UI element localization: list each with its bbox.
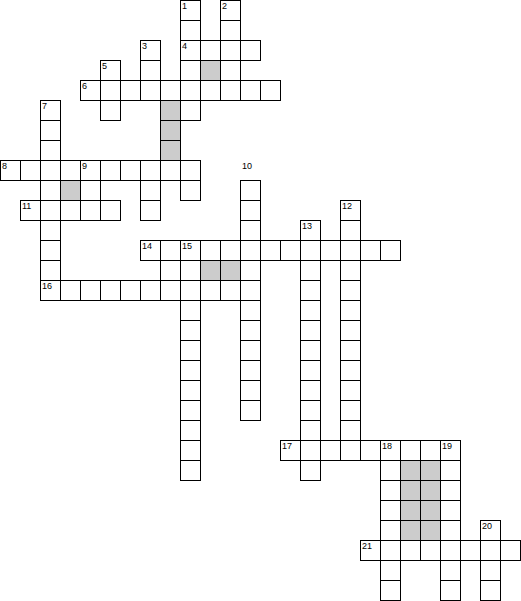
cell-r17c15[interactable]	[300, 340, 321, 361]
cell-r0c11[interactable]	[220, 0, 241, 21]
cell-r4c6[interactable]	[120, 80, 141, 101]
cell-r13c10[interactable]	[200, 260, 221, 281]
cell-r8c4[interactable]	[80, 160, 101, 181]
cell-r22c16[interactable]	[320, 440, 341, 461]
clue-number-10: 10	[240, 160, 252, 171]
cell-r8c1[interactable]	[20, 160, 41, 181]
cell-r4c9[interactable]	[180, 80, 201, 101]
cell-r25c19[interactable]	[380, 500, 401, 521]
cell-r24c19[interactable]	[380, 480, 401, 501]
cell-r28c24[interactable]	[480, 560, 501, 581]
cell-r2c10[interactable]	[200, 40, 221, 61]
cell-r12c18[interactable]	[360, 240, 381, 261]
cell-r8c3[interactable]	[60, 160, 81, 181]
cell-r8c0[interactable]	[0, 160, 21, 181]
cell-r14c7[interactable]	[140, 280, 161, 301]
cell-r5c2[interactable]	[40, 100, 61, 121]
cell-r23c9[interactable]	[180, 460, 201, 481]
cell-r23c22[interactable]	[440, 460, 461, 481]
cell-r27c23[interactable]	[460, 540, 481, 561]
cell-r15c12[interactable]	[240, 300, 261, 321]
cell-r17c12[interactable]	[240, 340, 261, 361]
cell-r22c22[interactable]	[440, 440, 461, 461]
cell-r22c9[interactable]	[180, 440, 201, 461]
cell-r9c4[interactable]	[80, 180, 101, 201]
cell-r14c9[interactable]	[180, 280, 201, 301]
cell-r22c14[interactable]	[280, 440, 301, 461]
cell-r8c9[interactable]	[180, 160, 201, 181]
cell-r22c21[interactable]	[420, 440, 441, 461]
cell-r14c5[interactable]	[100, 280, 121, 301]
cell-r8c5[interactable]	[100, 160, 121, 181]
cell-r9c12[interactable]	[240, 180, 261, 201]
cell-r11c2[interactable]	[40, 220, 61, 241]
cell-r21c9[interactable]	[180, 420, 201, 441]
cell-r10c4[interactable]	[80, 200, 101, 221]
cell-r18c12[interactable]	[240, 360, 261, 381]
cell-r29c22[interactable]	[440, 580, 461, 601]
cell-r27c21[interactable]	[420, 540, 441, 561]
cell-r22c19[interactable]	[380, 440, 401, 461]
cell-r27c18[interactable]	[360, 540, 381, 561]
cell-r22c20[interactable]	[400, 440, 421, 461]
cell-r13c8[interactable]	[160, 260, 181, 281]
cell-r16c15[interactable]	[300, 320, 321, 341]
cell-r16c9[interactable]	[180, 320, 201, 341]
cell-r9c9[interactable]	[180, 180, 201, 201]
cell-r18c9[interactable]	[180, 360, 201, 381]
cell-r14c12[interactable]	[240, 280, 261, 301]
cell-r26c24[interactable]	[480, 520, 501, 541]
cell-r4c12[interactable]	[240, 80, 261, 101]
cell-r9c3[interactable]	[60, 180, 81, 201]
cell-r2c9[interactable]	[180, 40, 201, 61]
cell-r13c2[interactable]	[40, 260, 61, 281]
cell-r3c7[interactable]	[140, 60, 161, 81]
cell-r10c5[interactable]	[100, 200, 121, 221]
cell-r12c13[interactable]	[260, 240, 281, 261]
cell-r3c11[interactable]	[220, 60, 241, 81]
cell-r11c15[interactable]	[300, 220, 321, 241]
cell-r11c12[interactable]	[240, 220, 261, 241]
cell-r20c12[interactable]	[240, 400, 261, 421]
cell-r7c8[interactable]	[160, 140, 181, 161]
cell-r10c3[interactable]	[60, 200, 81, 221]
cell-r26c22[interactable]	[440, 520, 461, 541]
cell-r14c6[interactable]	[120, 280, 141, 301]
cell-r17c17[interactable]	[340, 340, 361, 361]
cell-r3c5[interactable]	[100, 60, 121, 81]
cell-r16c17[interactable]	[340, 320, 361, 341]
cell-r21c17[interactable]	[340, 420, 361, 441]
cell-r27c19[interactable]	[380, 540, 401, 561]
cell-r26c19[interactable]	[380, 520, 401, 541]
cell-r22c15[interactable]	[300, 440, 321, 461]
cell-r24c21[interactable]	[420, 480, 441, 501]
cell-r5c5[interactable]	[100, 100, 121, 121]
cell-r15c9[interactable]	[180, 300, 201, 321]
cell-r7c2[interactable]	[40, 140, 61, 161]
cell-r5c9[interactable]	[180, 100, 201, 121]
cell-r8c7[interactable]	[140, 160, 161, 181]
cell-r19c9[interactable]	[180, 380, 201, 401]
cell-r27c22[interactable]	[440, 540, 461, 561]
cell-r12c9[interactable]	[180, 240, 201, 261]
cell-r14c10[interactable]	[200, 280, 221, 301]
cell-r12c17[interactable]	[340, 240, 361, 261]
cell-r24c22[interactable]	[440, 480, 461, 501]
cell-r18c15[interactable]	[300, 360, 321, 381]
cell-r23c21[interactable]	[420, 460, 441, 481]
cell-r26c21[interactable]	[420, 520, 441, 541]
cell-r22c17[interactable]	[340, 440, 361, 461]
cell-r12c14[interactable]	[280, 240, 301, 261]
cell-r12c15[interactable]	[300, 240, 321, 261]
cell-r12c16[interactable]	[320, 240, 341, 261]
cell-r4c8[interactable]	[160, 80, 181, 101]
cell-r26c20[interactable]	[400, 520, 421, 541]
cell-r23c15[interactable]	[300, 460, 321, 481]
cell-r25c21[interactable]	[420, 500, 441, 521]
cell-r15c17[interactable]	[340, 300, 361, 321]
cell-r13c17[interactable]	[340, 260, 361, 281]
cell-r10c17[interactable]	[340, 200, 361, 221]
cell-r13c15[interactable]	[300, 260, 321, 281]
cell-r6c8[interactable]	[160, 120, 181, 141]
cell-r12c19[interactable]	[380, 240, 401, 261]
cell-r19c12[interactable]	[240, 380, 261, 401]
cell-r12c12[interactable]	[240, 240, 261, 261]
cell-r25c20[interactable]	[400, 500, 421, 521]
cell-r29c19[interactable]	[380, 580, 401, 601]
cell-r4c10[interactable]	[200, 80, 221, 101]
cell-r9c2[interactable]	[40, 180, 61, 201]
cell-r15c15[interactable]	[300, 300, 321, 321]
cell-r0c9[interactable]	[180, 0, 201, 21]
cell-r14c17[interactable]	[340, 280, 361, 301]
cell-r8c2[interactable]	[40, 160, 61, 181]
cell-r21c15[interactable]	[300, 420, 321, 441]
cell-r10c7[interactable]	[140, 200, 161, 221]
cell-r12c7[interactable]	[140, 240, 161, 261]
cell-r6c2[interactable]	[40, 120, 61, 141]
cell-r3c10[interactable]	[200, 60, 221, 81]
cell-r13c11[interactable]	[220, 260, 241, 281]
cell-r18c17[interactable]	[340, 360, 361, 381]
cell-r1c9[interactable]	[180, 20, 201, 41]
cell-r20c17[interactable]	[340, 400, 361, 421]
cell-r16c12[interactable]	[240, 320, 261, 341]
cell-r27c25[interactable]	[500, 540, 521, 561]
cell-r3c9[interactable]	[180, 60, 201, 81]
cell-r14c3[interactable]	[60, 280, 81, 301]
cell-r14c8[interactable]	[160, 280, 181, 301]
cell-r12c10[interactable]	[200, 240, 221, 261]
cell-r4c4[interactable]	[80, 80, 101, 101]
cell-r4c5[interactable]	[100, 80, 121, 101]
crossword-board: 123456789101112131415161718192021	[0, 0, 521, 601]
cell-r17c9[interactable]	[180, 340, 201, 361]
cell-r2c7[interactable]	[140, 40, 161, 61]
cell-r19c15[interactable]	[300, 380, 321, 401]
cell-r4c13[interactable]	[260, 80, 281, 101]
cell-r13c9[interactable]	[180, 260, 201, 281]
cell-r2c12[interactable]	[240, 40, 261, 61]
cell-r20c15[interactable]	[300, 400, 321, 421]
cell-r23c20[interactable]	[400, 460, 421, 481]
cell-r19c17[interactable]	[340, 380, 361, 401]
cell-r2c11[interactable]	[220, 40, 241, 61]
cell-r14c15[interactable]	[300, 280, 321, 301]
cell-r4c7[interactable]	[140, 80, 161, 101]
cell-r5c8[interactable]	[160, 100, 181, 121]
cell-r12c11[interactable]	[220, 240, 241, 261]
cell-r8c8[interactable]	[160, 160, 181, 181]
cell-r9c7[interactable]	[140, 180, 161, 201]
cell-r13c12[interactable]	[240, 260, 261, 281]
cell-r28c22[interactable]	[440, 560, 461, 581]
cell-r1c11[interactable]	[220, 20, 241, 41]
cell-r10c12[interactable]	[240, 200, 261, 221]
cell-r12c2[interactable]	[40, 240, 61, 261]
cell-r25c22[interactable]	[440, 500, 461, 521]
cell-r28c19[interactable]	[380, 560, 401, 581]
cell-r20c9[interactable]	[180, 400, 201, 421]
cell-r24c20[interactable]	[400, 480, 421, 501]
cell-r23c19[interactable]	[380, 460, 401, 481]
cell-r10c1[interactable]	[20, 200, 41, 221]
cell-r8c6[interactable]	[120, 160, 141, 181]
cell-r14c11[interactable]	[220, 280, 241, 301]
cell-r10c2[interactable]	[40, 200, 61, 221]
cell-r29c24[interactable]	[480, 580, 501, 601]
cell-r4c11[interactable]	[220, 80, 241, 101]
cell-r12c8[interactable]	[160, 240, 181, 261]
cell-r11c17[interactable]	[340, 220, 361, 241]
cell-r22c18[interactable]	[360, 440, 381, 461]
cell-r14c2[interactable]	[40, 280, 61, 301]
cell-r14c4[interactable]	[80, 280, 101, 301]
cell-r27c20[interactable]	[400, 540, 421, 561]
cell-r27c24[interactable]	[480, 540, 501, 561]
